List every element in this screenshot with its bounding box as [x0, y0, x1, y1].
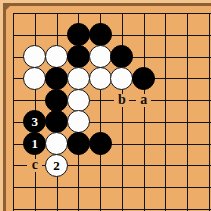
grid-line-vertical: [209, 13, 210, 211]
white-stone-move-2: 2: [45, 154, 68, 177]
grid-line-horizontal: [13, 165, 211, 166]
black-stone: [110, 45, 133, 68]
black-stone: [132, 67, 155, 90]
go-board: bac 312: [0, 0, 211, 211]
black-stone: [45, 89, 68, 112]
white-stone: [45, 45, 68, 68]
black-stone: [67, 45, 90, 68]
white-stone: [67, 110, 90, 133]
grid-line-vertical: [187, 13, 188, 211]
white-stone: [23, 67, 46, 90]
black-stone: [45, 67, 68, 90]
black-stone: [45, 110, 68, 133]
white-stone: [23, 45, 46, 68]
point-label-c: c: [27, 159, 42, 172]
point-label-a: a: [136, 94, 151, 107]
black-stone: [67, 23, 90, 46]
black-stone: [67, 132, 90, 155]
grid-line-horizontal: [13, 187, 211, 188]
grid-line-vertical: [13, 13, 14, 211]
grid-line-vertical: [144, 13, 145, 211]
white-stone: [89, 67, 112, 90]
grid-line-horizontal: [13, 35, 211, 36]
grid-line-horizontal: [13, 209, 211, 210]
black-stone-move-1: 1: [23, 132, 46, 155]
black-stone: [89, 132, 112, 155]
white-stone: [45, 132, 68, 155]
white-stone: [110, 67, 133, 90]
white-stone: [67, 67, 90, 90]
grid-line-vertical: [165, 13, 166, 211]
grid-line-vertical: [122, 13, 123, 211]
point-label-b: b: [114, 94, 129, 107]
grid-line-horizontal: [13, 100, 211, 101]
grid-line-horizontal: [13, 13, 211, 14]
white-stone: [89, 45, 112, 68]
white-stone: [67, 89, 90, 112]
black-stone: [89, 23, 112, 46]
go-diagram: bac 312: [0, 0, 211, 211]
black-stone-move-3: 3: [23, 110, 46, 133]
